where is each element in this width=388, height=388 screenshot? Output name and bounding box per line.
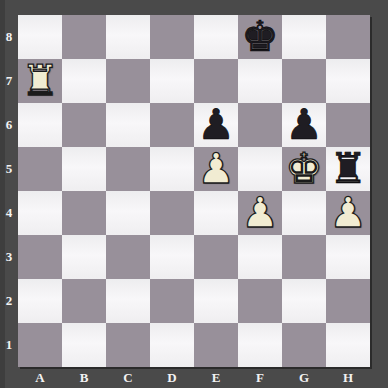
black-pawn[interactable]: ♟: [197, 103, 235, 147]
square-e2[interactable]: [194, 279, 238, 323]
square-h4[interactable]: ♟: [326, 191, 370, 235]
square-a5[interactable]: [18, 147, 62, 191]
chess-board: ♚♜♟♟♟♚♜♟♟: [18, 15, 370, 367]
rank-label-4: 4: [0, 191, 18, 235]
square-d5[interactable]: [150, 147, 194, 191]
square-h5[interactable]: ♜: [326, 147, 370, 191]
square-b5[interactable]: [62, 147, 106, 191]
file-label-c: C: [106, 367, 150, 388]
square-d8[interactable]: [150, 15, 194, 59]
square-c7[interactable]: [106, 59, 150, 103]
square-h1[interactable]: [326, 323, 370, 367]
square-a6[interactable]: [18, 103, 62, 147]
square-c4[interactable]: [106, 191, 150, 235]
square-c6[interactable]: [106, 103, 150, 147]
square-f1[interactable]: [238, 323, 282, 367]
square-g7[interactable]: [282, 59, 326, 103]
square-b8[interactable]: [62, 15, 106, 59]
file-label-b: B: [62, 367, 106, 388]
square-h6[interactable]: [326, 103, 370, 147]
square-b6[interactable]: [62, 103, 106, 147]
white-king[interactable]: ♚: [285, 147, 323, 191]
square-f8[interactable]: ♚: [238, 15, 282, 59]
black-king[interactable]: ♚: [241, 15, 279, 59]
square-f5[interactable]: [238, 147, 282, 191]
rank-label-1: 1: [0, 323, 18, 367]
square-g1[interactable]: [282, 323, 326, 367]
rank-label-6: 6: [0, 103, 18, 147]
square-f6[interactable]: [238, 103, 282, 147]
rank-label-8: 8: [0, 15, 18, 59]
square-g6[interactable]: ♟: [282, 103, 326, 147]
rank-labels: 87654321: [0, 15, 18, 367]
square-c5[interactable]: [106, 147, 150, 191]
square-c8[interactable]: [106, 15, 150, 59]
square-e5[interactable]: ♟: [194, 147, 238, 191]
file-label-d: D: [150, 367, 194, 388]
square-e8[interactable]: [194, 15, 238, 59]
square-e1[interactable]: [194, 323, 238, 367]
square-f3[interactable]: [238, 235, 282, 279]
square-a4[interactable]: [18, 191, 62, 235]
square-d2[interactable]: [150, 279, 194, 323]
square-b2[interactable]: [62, 279, 106, 323]
square-e6[interactable]: ♟: [194, 103, 238, 147]
square-a2[interactable]: [18, 279, 62, 323]
rank-label-2: 2: [0, 279, 18, 323]
square-f2[interactable]: [238, 279, 282, 323]
square-d3[interactable]: [150, 235, 194, 279]
square-f4[interactable]: ♟: [238, 191, 282, 235]
square-g4[interactable]: [282, 191, 326, 235]
square-a1[interactable]: [18, 323, 62, 367]
square-h7[interactable]: [326, 59, 370, 103]
square-e3[interactable]: [194, 235, 238, 279]
square-c1[interactable]: [106, 323, 150, 367]
rank-label-5: 5: [0, 147, 18, 191]
square-g2[interactable]: [282, 279, 326, 323]
rank-label-7: 7: [0, 59, 18, 103]
square-f7[interactable]: [238, 59, 282, 103]
square-b4[interactable]: [62, 191, 106, 235]
white-rook[interactable]: ♜: [21, 59, 59, 103]
file-label-f: F: [238, 367, 282, 388]
rank-label-3: 3: [0, 235, 18, 279]
square-b7[interactable]: [62, 59, 106, 103]
square-e7[interactable]: [194, 59, 238, 103]
file-label-h: H: [326, 367, 370, 388]
square-a7[interactable]: ♜: [18, 59, 62, 103]
square-a8[interactable]: [18, 15, 62, 59]
file-label-g: G: [282, 367, 326, 388]
white-pawn[interactable]: ♟: [197, 147, 235, 191]
square-h8[interactable]: [326, 15, 370, 59]
square-g8[interactable]: [282, 15, 326, 59]
square-e4[interactable]: [194, 191, 238, 235]
square-d6[interactable]: [150, 103, 194, 147]
black-rook[interactable]: ♜: [329, 147, 367, 191]
square-d7[interactable]: [150, 59, 194, 103]
square-h3[interactable]: [326, 235, 370, 279]
file-label-a: A: [18, 367, 62, 388]
black-pawn[interactable]: ♟: [285, 103, 323, 147]
square-b3[interactable]: [62, 235, 106, 279]
file-label-e: E: [194, 367, 238, 388]
square-d4[interactable]: [150, 191, 194, 235]
square-c2[interactable]: [106, 279, 150, 323]
white-pawn[interactable]: ♟: [241, 191, 279, 235]
square-b1[interactable]: [62, 323, 106, 367]
white-pawn[interactable]: ♟: [329, 191, 367, 235]
chess-diagram: 87654321 ♚♜♟♟♟♚♜♟♟ ABCDEFGH: [0, 0, 388, 388]
square-g3[interactable]: [282, 235, 326, 279]
square-c3[interactable]: [106, 235, 150, 279]
square-g5[interactable]: ♚: [282, 147, 326, 191]
file-labels: ABCDEFGH: [18, 367, 370, 388]
square-d1[interactable]: [150, 323, 194, 367]
square-h2[interactable]: [326, 279, 370, 323]
square-a3[interactable]: [18, 235, 62, 279]
